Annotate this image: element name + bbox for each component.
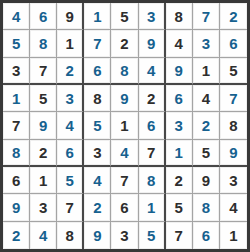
cell-r9c2[interactable]: 4 xyxy=(30,222,57,249)
given-digit: 1 xyxy=(66,36,74,51)
cell-r9c4[interactable]: 9 xyxy=(84,222,111,249)
given-digit: 1 xyxy=(202,63,210,78)
solved-digit: 5 xyxy=(93,118,101,133)
given-digit: 8 xyxy=(66,228,74,243)
given-digit: 9 xyxy=(66,9,74,24)
cell-r6c5[interactable]: 4 xyxy=(111,140,138,167)
cell-r6c7[interactable]: 1 xyxy=(166,140,193,167)
solved-digit: 2 xyxy=(229,9,237,24)
solved-digit: 3 xyxy=(147,9,155,24)
cell-r3c5[interactable]: 8 xyxy=(111,58,138,85)
cell-r3c1[interactable]: 3 xyxy=(3,58,30,85)
solved-digit: 7 xyxy=(93,36,101,51)
cell-r3c7[interactable]: 9 xyxy=(166,58,193,85)
cell-r4c8[interactable]: 4 xyxy=(193,85,220,112)
cell-r6c4[interactable]: 3 xyxy=(84,140,111,167)
cell-r1c8[interactable]: 7 xyxy=(193,3,220,30)
solved-digit: 7 xyxy=(202,9,210,24)
cell-r4c5[interactable]: 9 xyxy=(111,85,138,112)
given-digit: 6 xyxy=(12,173,20,188)
cell-r2c2[interactable]: 8 xyxy=(30,30,57,57)
cell-r9c7[interactable]: 7 xyxy=(166,222,193,249)
given-digit: 7 xyxy=(147,145,155,160)
solved-digit: 8 xyxy=(147,173,155,188)
cell-r1c1[interactable]: 4 xyxy=(3,3,30,30)
given-digit: 8 xyxy=(175,9,183,24)
cell-r4c3[interactable]: 3 xyxy=(57,85,84,112)
given-digit: 3 xyxy=(229,173,237,188)
cell-r7c5[interactable]: 7 xyxy=(111,167,138,194)
solved-digit: 3 xyxy=(66,91,74,106)
given-digit: 4 xyxy=(175,36,183,51)
cell-r2c9[interactable]: 6 xyxy=(220,30,247,57)
cell-r8c2[interactable]: 3 xyxy=(30,194,57,221)
cell-r6c6[interactable]: 7 xyxy=(139,140,166,167)
cell-r5c7[interactable]: 3 xyxy=(166,112,193,139)
cell-r9c8[interactable]: 6 xyxy=(193,222,220,249)
given-digit: 2 xyxy=(147,91,155,106)
solved-digit: 9 xyxy=(12,200,20,215)
cell-r7c8[interactable]: 9 xyxy=(193,167,220,194)
cell-r8c1[interactable]: 9 xyxy=(3,194,30,221)
solved-digit: 1 xyxy=(147,200,155,215)
cell-r8c9[interactable]: 4 xyxy=(220,194,247,221)
cell-r8c4[interactable]: 2 xyxy=(84,194,111,221)
given-digit: 4 xyxy=(229,200,237,215)
cell-r6c2[interactable]: 2 xyxy=(30,140,57,167)
cell-r6c1[interactable]: 8 xyxy=(3,140,30,167)
cell-r2c4[interactable]: 7 xyxy=(84,30,111,57)
cell-r7c6[interactable]: 8 xyxy=(139,167,166,194)
solved-digit: 6 xyxy=(229,36,237,51)
cell-r8c5[interactable]: 6 xyxy=(111,194,138,221)
given-digit: 5 xyxy=(202,145,210,160)
cell-r3c2[interactable]: 7 xyxy=(30,58,57,85)
given-digit: 4 xyxy=(202,91,210,106)
solved-digit: 7 xyxy=(229,91,237,106)
solved-digit: 9 xyxy=(229,145,237,160)
solved-digit: 6 xyxy=(175,91,183,106)
given-digit: 8 xyxy=(229,118,237,133)
cell-r3c8[interactable]: 1 xyxy=(193,58,220,85)
given-digit: 1 xyxy=(39,173,47,188)
given-digit: 7 xyxy=(175,228,183,243)
cell-r3c6[interactable]: 4 xyxy=(139,58,166,85)
cell-r2c6[interactable]: 9 xyxy=(139,30,166,57)
solved-digit: 4 xyxy=(93,173,101,188)
given-digit: 8 xyxy=(93,91,101,106)
cell-r1c3[interactable]: 9 xyxy=(57,3,84,30)
solved-digit: 6 xyxy=(39,9,47,24)
given-digit: 5 xyxy=(39,91,47,106)
solved-digit: 4 xyxy=(66,118,74,133)
given-digit: 7 xyxy=(120,173,128,188)
cell-r5c1[interactable]: 7 xyxy=(3,112,30,139)
solved-digit: 9 xyxy=(39,118,47,133)
solved-digit: 4 xyxy=(12,9,20,24)
cell-r4c9[interactable]: 7 xyxy=(220,85,247,112)
solved-digit: 9 xyxy=(147,36,155,51)
cell-r6c9[interactable]: 9 xyxy=(220,140,247,167)
solved-digit: 3 xyxy=(175,118,183,133)
cell-r8c8[interactable]: 8 xyxy=(193,194,220,221)
solved-digit: 8 xyxy=(12,145,20,160)
cell-r7c2[interactable]: 1 xyxy=(30,167,57,194)
solved-digit: 8 xyxy=(202,200,210,215)
given-digit: 3 xyxy=(12,63,20,78)
solved-digit: 8 xyxy=(39,36,47,51)
cell-r7c1[interactable]: 6 xyxy=(3,167,30,194)
cell-r8c6[interactable]: 1 xyxy=(139,194,166,221)
cell-r1c2[interactable]: 6 xyxy=(30,3,57,30)
cell-r9c5[interactable]: 3 xyxy=(111,222,138,249)
cell-r9c3[interactable]: 8 xyxy=(57,222,84,249)
cell-r8c3[interactable]: 7 xyxy=(57,194,84,221)
solved-digit: 5 xyxy=(66,173,74,188)
solved-digit: 2 xyxy=(12,228,20,243)
solved-digit: 2 xyxy=(202,118,210,133)
cell-r1c9[interactable]: 2 xyxy=(220,3,247,30)
solved-digit: 5 xyxy=(147,228,155,243)
given-digit: 2 xyxy=(120,36,128,51)
given-digit: 1 xyxy=(120,118,128,133)
cell-r4c7[interactable]: 6 xyxy=(166,85,193,112)
cell-r1c6[interactable]: 3 xyxy=(139,3,166,30)
solved-digit: 4 xyxy=(147,63,155,78)
solved-digit: 6 xyxy=(202,228,210,243)
solved-digit: 1 xyxy=(175,145,183,160)
given-digit: 5 xyxy=(120,9,128,24)
cell-r4c2[interactable]: 5 xyxy=(30,85,57,112)
cell-r5c8[interactable]: 2 xyxy=(193,112,220,139)
cell-r9c9[interactable]: 1 xyxy=(220,222,247,249)
cell-r1c4[interactable]: 1 xyxy=(84,3,111,30)
given-digit: 7 xyxy=(12,118,20,133)
solved-digit: 9 xyxy=(93,228,101,243)
solved-digit: 6 xyxy=(66,145,74,160)
solved-digit: 1 xyxy=(93,9,101,24)
cell-r4c4[interactable]: 8 xyxy=(84,85,111,112)
cell-r7c9[interactable]: 3 xyxy=(220,167,247,194)
cell-r3c9[interactable]: 5 xyxy=(220,58,247,85)
cell-r8c7[interactable]: 5 xyxy=(166,194,193,221)
solved-digit: 4 xyxy=(120,145,128,160)
given-digit: 9 xyxy=(202,173,210,188)
cell-r2c8[interactable]: 3 xyxy=(193,30,220,57)
given-digit: 2 xyxy=(175,173,183,188)
given-digit: 7 xyxy=(39,63,47,78)
given-digit: 3 xyxy=(93,145,101,160)
cell-r6c8[interactable]: 5 xyxy=(193,140,220,167)
given-digit: 5 xyxy=(175,200,183,215)
given-digit: 5 xyxy=(229,63,237,78)
solved-digit: 8 xyxy=(120,63,128,78)
solved-digit: 9 xyxy=(175,63,183,78)
cell-r9c6[interactable]: 5 xyxy=(139,222,166,249)
given-digit: 3 xyxy=(39,200,47,215)
cell-r3c3[interactable]: 2 xyxy=(57,58,84,85)
cell-r5c5[interactable]: 1 xyxy=(111,112,138,139)
solved-digit: 5 xyxy=(12,36,20,51)
cell-r5c9[interactable]: 8 xyxy=(220,112,247,139)
cell-r1c7[interactable]: 8 xyxy=(166,3,193,30)
cell-r2c7[interactable]: 4 xyxy=(166,30,193,57)
solved-digit: 6 xyxy=(93,63,101,78)
cell-r5c2[interactable]: 9 xyxy=(30,112,57,139)
cell-r2c5[interactable]: 2 xyxy=(111,30,138,57)
cell-r1c5[interactable]: 5 xyxy=(111,3,138,30)
cell-r9c1[interactable]: 2 xyxy=(3,222,30,249)
solved-digit: 6 xyxy=(147,118,155,133)
solved-digit: 2 xyxy=(93,200,101,215)
given-digit: 2 xyxy=(39,145,47,160)
given-digit: 6 xyxy=(120,200,128,215)
cell-r5c6[interactable]: 6 xyxy=(139,112,166,139)
solved-digit: 4 xyxy=(39,228,47,243)
cell-r7c3[interactable]: 5 xyxy=(57,167,84,194)
cell-r3c4[interactable]: 6 xyxy=(84,58,111,85)
solved-digit: 9 xyxy=(120,91,128,106)
cell-r7c7[interactable]: 2 xyxy=(166,167,193,194)
cell-r6c3[interactable]: 6 xyxy=(57,140,84,167)
cell-r4c1[interactable]: 1 xyxy=(3,85,30,112)
cell-r5c3[interactable]: 4 xyxy=(57,112,84,139)
given-digit: 1 xyxy=(229,228,237,243)
cell-r7c4[interactable]: 4 xyxy=(84,167,111,194)
solved-digit: 3 xyxy=(202,36,210,51)
given-digit: 7 xyxy=(66,200,74,215)
cell-r5c4[interactable]: 5 xyxy=(84,112,111,139)
sudoku-board: 4691538725817294363726849151538926477945… xyxy=(0,0,250,252)
cell-r4c6[interactable]: 2 xyxy=(139,85,166,112)
solved-digit: 2 xyxy=(66,63,74,78)
cell-r2c3[interactable]: 1 xyxy=(57,30,84,57)
cell-r2c1[interactable]: 5 xyxy=(3,30,30,57)
given-digit: 3 xyxy=(120,228,128,243)
solved-digit: 1 xyxy=(12,91,20,106)
